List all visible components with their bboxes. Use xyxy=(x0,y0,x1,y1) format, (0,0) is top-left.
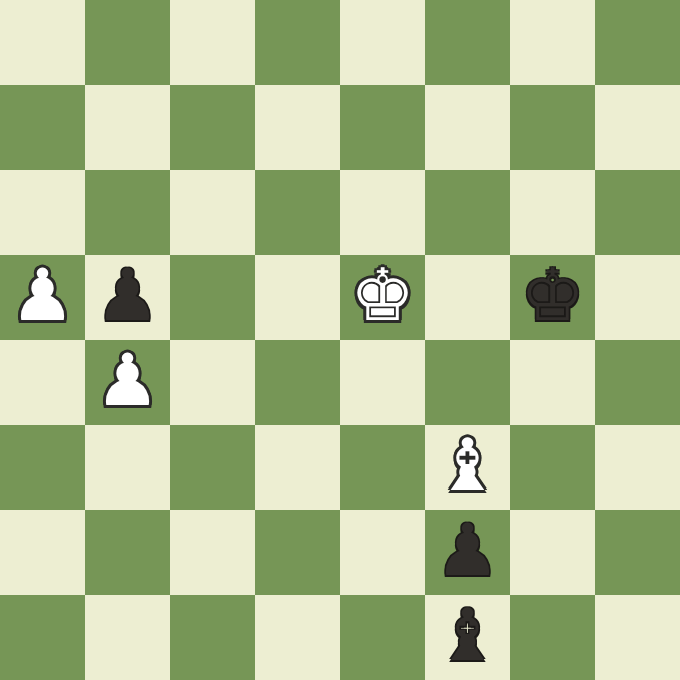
square-b8[interactable] xyxy=(85,0,170,85)
square-h3[interactable] xyxy=(595,425,680,510)
square-d1[interactable] xyxy=(255,595,340,680)
square-e2[interactable] xyxy=(340,510,425,595)
white-pawn[interactable]: ♟ xyxy=(95,344,160,416)
square-c8[interactable] xyxy=(170,0,255,85)
square-c4[interactable] xyxy=(170,340,255,425)
square-h6[interactable] xyxy=(595,170,680,255)
square-e4[interactable] xyxy=(340,340,425,425)
square-d8[interactable] xyxy=(255,0,340,85)
square-g5[interactable]: ♚ xyxy=(510,255,595,340)
square-g3[interactable] xyxy=(510,425,595,510)
square-a7[interactable] xyxy=(0,85,85,170)
square-a8[interactable] xyxy=(0,0,85,85)
square-b5[interactable]: ♟ xyxy=(85,255,170,340)
square-g6[interactable] xyxy=(510,170,595,255)
square-b2[interactable] xyxy=(85,510,170,595)
square-e7[interactable] xyxy=(340,85,425,170)
square-h4[interactable] xyxy=(595,340,680,425)
square-d3[interactable] xyxy=(255,425,340,510)
white-bishop[interactable]: ♝ xyxy=(435,429,500,501)
black-king[interactable]: ♚ xyxy=(520,259,585,331)
square-e6[interactable] xyxy=(340,170,425,255)
square-f6[interactable] xyxy=(425,170,510,255)
square-f3[interactable]: ♝ xyxy=(425,425,510,510)
square-c6[interactable] xyxy=(170,170,255,255)
square-g1[interactable] xyxy=(510,595,595,680)
square-e5[interactable]: ♚ xyxy=(340,255,425,340)
square-e1[interactable] xyxy=(340,595,425,680)
white-pawn[interactable]: ♟ xyxy=(10,259,75,331)
square-b7[interactable] xyxy=(85,85,170,170)
square-a5[interactable]: ♟ xyxy=(0,255,85,340)
square-h2[interactable] xyxy=(595,510,680,595)
square-f2[interactable]: ♟ xyxy=(425,510,510,595)
square-h1[interactable] xyxy=(595,595,680,680)
square-d7[interactable] xyxy=(255,85,340,170)
black-pawn[interactable]: ♟ xyxy=(435,514,500,586)
square-a3[interactable] xyxy=(0,425,85,510)
chess-board: ♟♟♚♚♟♝♟♝ xyxy=(0,0,680,680)
square-d5[interactable] xyxy=(255,255,340,340)
square-b3[interactable] xyxy=(85,425,170,510)
square-c7[interactable] xyxy=(170,85,255,170)
square-a6[interactable] xyxy=(0,170,85,255)
square-f4[interactable] xyxy=(425,340,510,425)
square-c2[interactable] xyxy=(170,510,255,595)
square-h5[interactable] xyxy=(595,255,680,340)
square-a1[interactable] xyxy=(0,595,85,680)
square-h7[interactable] xyxy=(595,85,680,170)
square-g2[interactable] xyxy=(510,510,595,595)
square-c1[interactable] xyxy=(170,595,255,680)
square-d6[interactable] xyxy=(255,170,340,255)
black-pawn[interactable]: ♟ xyxy=(95,259,160,331)
square-a4[interactable] xyxy=(0,340,85,425)
square-b6[interactable] xyxy=(85,170,170,255)
square-a2[interactable] xyxy=(0,510,85,595)
square-f7[interactable] xyxy=(425,85,510,170)
square-e8[interactable] xyxy=(340,0,425,85)
square-b1[interactable] xyxy=(85,595,170,680)
square-h8[interactable] xyxy=(595,0,680,85)
square-f5[interactable] xyxy=(425,255,510,340)
square-d2[interactable] xyxy=(255,510,340,595)
white-king[interactable]: ♚ xyxy=(350,259,415,331)
black-bishop[interactable]: ♝ xyxy=(435,599,500,671)
square-c5[interactable] xyxy=(170,255,255,340)
square-e3[interactable] xyxy=(340,425,425,510)
square-d4[interactable] xyxy=(255,340,340,425)
square-c3[interactable] xyxy=(170,425,255,510)
square-f1[interactable]: ♝ xyxy=(425,595,510,680)
square-f8[interactable] xyxy=(425,0,510,85)
square-g8[interactable] xyxy=(510,0,595,85)
square-g4[interactable] xyxy=(510,340,595,425)
square-b4[interactable]: ♟ xyxy=(85,340,170,425)
square-g7[interactable] xyxy=(510,85,595,170)
